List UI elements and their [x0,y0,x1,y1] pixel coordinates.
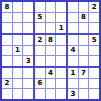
cell-r2c3[interactable] [23,13,33,23]
cell-r2c9[interactable] [89,13,99,23]
cell-r5c1[interactable] [2,46,12,56]
cell-r1c8[interactable] [79,2,89,12]
cell-r4c6[interactable] [56,35,66,45]
cell-r2c7[interactable] [68,13,78,23]
cell-r8c5[interactable] [46,79,56,89]
cell-r8c3[interactable] [23,79,33,89]
cell-r1c1[interactable]: 8 [2,2,12,12]
cell-r2c6[interactable] [56,13,66,23]
cell-r3c3[interactable] [23,23,33,33]
cell-r5c3[interactable] [23,46,33,56]
cell-r5c9[interactable] [89,46,99,56]
cell-r9c1[interactable] [2,89,12,99]
cell-r8c1[interactable]: 2 [2,79,12,89]
cell-r1c7[interactable] [68,2,78,12]
cell-r8c8[interactable] [79,79,89,89]
cell-r7c1[interactable] [2,68,12,78]
cell-r9c6[interactable] [56,89,66,99]
cell-r1c6[interactable] [56,2,66,12]
cell-r7c8[interactable]: 7 [79,68,89,78]
cell-r2c2[interactable] [13,13,23,23]
cell-r5c2[interactable]: 1 [13,46,23,56]
sudoku-box-0-1: 51 [35,2,66,33]
cell-r6c7[interactable] [68,56,78,66]
cell-r7c5[interactable]: 4 [46,68,56,78]
cell-r8c2[interactable] [13,79,23,89]
cell-r4c9[interactable]: 5 [89,35,99,45]
cell-r3c2[interactable] [13,23,23,33]
cell-r4c4[interactable]: 2 [35,35,45,45]
sudoku-box-2-0: 2 [2,68,33,99]
cell-r3c7[interactable] [68,23,78,33]
cell-r4c8[interactable] [79,35,89,45]
cell-r6c2[interactable] [13,56,23,66]
cell-r2c8[interactable]: 8 [79,13,89,23]
cell-r3c8[interactable] [79,23,89,33]
cell-r9c3[interactable] [23,89,33,99]
cell-r6c6[interactable] [56,56,66,66]
cell-r8c7[interactable] [68,79,78,89]
cell-r4c1[interactable] [2,35,12,45]
cell-r7c3[interactable] [23,68,33,78]
cell-r7c6[interactable] [56,68,66,78]
cell-r2c4[interactable]: 5 [35,13,45,23]
cell-r3c4[interactable] [35,23,45,33]
cell-r5c7[interactable]: 4 [68,46,78,56]
sudoku-box-1-0: 13 [2,35,33,66]
cell-r5c5[interactable] [46,46,56,56]
cell-r1c4[interactable] [35,2,45,12]
cell-r7c9[interactable] [89,68,99,78]
cell-r1c9[interactable]: 2 [89,2,99,12]
cell-r4c2[interactable] [13,35,23,45]
cell-r2c1[interactable] [2,13,12,23]
cell-r9c8[interactable] [79,89,89,99]
cell-r5c8[interactable] [79,46,89,56]
cell-r2c5[interactable] [46,13,56,23]
cell-r6c4[interactable] [35,56,45,66]
cell-r1c3[interactable] [23,2,33,12]
cell-r5c6[interactable] [56,46,66,56]
cell-r1c5[interactable] [46,2,56,12]
cell-r3c6[interactable]: 1 [56,23,66,33]
cell-r8c9[interactable] [89,79,99,89]
cell-r4c7[interactable] [68,35,78,45]
cell-r7c4[interactable] [35,68,45,78]
cell-r5c4[interactable] [35,46,45,56]
cell-r8c6[interactable] [56,79,66,89]
cell-r3c1[interactable] [2,23,12,33]
cell-r4c3[interactable] [23,35,33,45]
cell-r9c5[interactable] [46,89,56,99]
cell-r4c5[interactable]: 8 [46,35,56,45]
cell-r9c4[interactable] [35,89,45,99]
sudoku-box-2-1: 46 [35,68,66,99]
cell-r7c2[interactable] [13,68,23,78]
sudoku-box-1-1: 28 [35,35,66,66]
sudoku-box-2-2: 173 [68,68,99,99]
sudoku-board: 85128132854246173 [0,0,101,101]
cell-r6c9[interactable] [89,56,99,66]
cell-r8c4[interactable]: 6 [35,79,45,89]
cell-r7c7[interactable]: 1 [68,68,78,78]
cell-r6c1[interactable] [2,56,12,66]
cell-r6c5[interactable] [46,56,56,66]
cell-r9c9[interactable] [89,89,99,99]
cell-r9c2[interactable] [13,89,23,99]
cell-r9c7[interactable]: 3 [68,89,78,99]
cell-r3c5[interactable] [46,23,56,33]
cell-r3c9[interactable] [89,23,99,33]
cell-r6c8[interactable] [79,56,89,66]
sudoku-box-0-2: 28 [68,2,99,33]
sudoku-box-1-2: 54 [68,35,99,66]
sudoku-box-0-0: 8 [2,2,33,33]
cell-r1c2[interactable] [13,2,23,12]
cell-r6c3[interactable]: 3 [23,56,33,66]
